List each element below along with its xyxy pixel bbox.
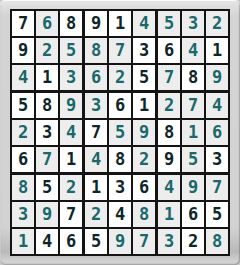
cell-r4c9[interactable]: 4: [206, 93, 228, 118]
cell-r8c4[interactable]: 2: [85, 202, 107, 227]
cell-r3c3[interactable]: 3: [60, 65, 82, 90]
cell-r4c5[interactable]: 6: [109, 93, 131, 118]
cell-r2c7[interactable]: 6: [158, 38, 180, 63]
cell-r9c1[interactable]: 1: [12, 229, 34, 254]
block-3-2: 136248597: [85, 175, 155, 254]
cell-r1c1[interactable]: 7: [12, 11, 34, 36]
cell-r2c5[interactable]: 7: [109, 38, 131, 63]
cell-r3c7[interactable]: 7: [158, 65, 180, 90]
cell-r6c5[interactable]: 8: [109, 147, 131, 172]
cell-r7c4[interactable]: 1: [85, 175, 107, 200]
cell-r5c5[interactable]: 5: [109, 120, 131, 145]
cell-r6c8[interactable]: 5: [182, 147, 204, 172]
cell-r5c3[interactable]: 4: [60, 120, 82, 145]
block-2-2: 361759482: [85, 93, 155, 172]
cell-r3c5[interactable]: 2: [109, 65, 131, 90]
cell-r7c9[interactable]: 7: [206, 175, 228, 200]
cell-r9c8[interactable]: 2: [182, 229, 204, 254]
block-1-2: 914873625: [85, 11, 155, 90]
cell-r9c6[interactable]: 7: [133, 229, 155, 254]
cell-r2c8[interactable]: 4: [182, 38, 204, 63]
cell-r5c4[interactable]: 7: [85, 120, 107, 145]
cell-r6c9[interactable]: 3: [206, 147, 228, 172]
cell-r9c4[interactable]: 5: [85, 229, 107, 254]
cell-r5c2[interactable]: 3: [36, 120, 58, 145]
cell-r8c8[interactable]: 6: [182, 202, 204, 227]
cell-r1c8[interactable]: 3: [182, 11, 204, 36]
cell-r5c8[interactable]: 1: [182, 120, 204, 145]
cell-r4c4[interactable]: 3: [85, 93, 107, 118]
cell-r7c7[interactable]: 4: [158, 175, 180, 200]
cell-r9c7[interactable]: 3: [158, 229, 180, 254]
cell-r2c1[interactable]: 9: [12, 38, 34, 63]
sudoku-board: 7689254139148736255326417895892346713617…: [10, 9, 230, 256]
cell-r9c5[interactable]: 9: [109, 229, 131, 254]
cell-r4c8[interactable]: 7: [182, 93, 204, 118]
cell-r6c1[interactable]: 6: [12, 147, 34, 172]
cell-r6c3[interactable]: 1: [60, 147, 82, 172]
cell-r1c4[interactable]: 9: [85, 11, 107, 36]
cell-r6c7[interactable]: 9: [158, 147, 180, 172]
cell-r3c4[interactable]: 6: [85, 65, 107, 90]
cell-r8c3[interactable]: 7: [60, 202, 82, 227]
cell-r4c7[interactable]: 2: [158, 93, 180, 118]
cell-r1c3[interactable]: 8: [60, 11, 82, 36]
cell-r8c5[interactable]: 4: [109, 202, 131, 227]
cell-r1c9[interactable]: 2: [206, 11, 228, 36]
cell-r5c1[interactable]: 2: [12, 120, 34, 145]
cell-r9c9[interactable]: 8: [206, 229, 228, 254]
cell-r6c4[interactable]: 4: [85, 147, 107, 172]
cell-r8c2[interactable]: 9: [36, 202, 58, 227]
cell-r1c7[interactable]: 5: [158, 11, 180, 36]
cell-r7c5[interactable]: 3: [109, 175, 131, 200]
cell-r1c6[interactable]: 4: [133, 11, 155, 36]
cell-r1c2[interactable]: 6: [36, 11, 58, 36]
cell-r7c8[interactable]: 9: [182, 175, 204, 200]
block-3-3: 497165328: [158, 175, 228, 254]
cell-r5c7[interactable]: 8: [158, 120, 180, 145]
cell-r8c9[interactable]: 5: [206, 202, 228, 227]
cell-r2c4[interactable]: 8: [85, 38, 107, 63]
cell-r7c6[interactable]: 6: [133, 175, 155, 200]
cell-r2c3[interactable]: 5: [60, 38, 82, 63]
cell-r5c6[interactable]: 9: [133, 120, 155, 145]
cell-r6c2[interactable]: 7: [36, 147, 58, 172]
cell-r4c1[interactable]: 5: [12, 93, 34, 118]
cell-r8c7[interactable]: 1: [158, 202, 180, 227]
cell-r7c2[interactable]: 5: [36, 175, 58, 200]
cell-r3c1[interactable]: 4: [12, 65, 34, 90]
cell-r3c9[interactable]: 9: [206, 65, 228, 90]
cell-r7c3[interactable]: 2: [60, 175, 82, 200]
cell-r1c5[interactable]: 1: [109, 11, 131, 36]
cell-r2c9[interactable]: 1: [206, 38, 228, 63]
cell-r8c6[interactable]: 8: [133, 202, 155, 227]
sudoku-window-frame: 7689254139148736255326417895892346713617…: [0, 0, 240, 265]
block-3-1: 852397146: [12, 175, 82, 254]
cell-r4c2[interactable]: 8: [36, 93, 58, 118]
cell-r6c6[interactable]: 2: [133, 147, 155, 172]
cell-r5c9[interactable]: 6: [206, 120, 228, 145]
cell-r3c2[interactable]: 1: [36, 65, 58, 90]
block-1-1: 768925413: [12, 11, 82, 90]
block-2-3: 274816953: [158, 93, 228, 172]
cell-r3c6[interactable]: 5: [133, 65, 155, 90]
cell-r9c2[interactable]: 4: [36, 229, 58, 254]
cell-r2c2[interactable]: 2: [36, 38, 58, 63]
block-2-1: 589234671: [12, 93, 82, 172]
cell-r4c6[interactable]: 1: [133, 93, 155, 118]
cell-r3c8[interactable]: 8: [182, 65, 204, 90]
cell-r9c3[interactable]: 6: [60, 229, 82, 254]
cell-r7c1[interactable]: 8: [12, 175, 34, 200]
block-1-3: 532641789: [158, 11, 228, 90]
cell-r8c1[interactable]: 3: [12, 202, 34, 227]
cell-r4c3[interactable]: 9: [60, 93, 82, 118]
cell-r2c6[interactable]: 3: [133, 38, 155, 63]
